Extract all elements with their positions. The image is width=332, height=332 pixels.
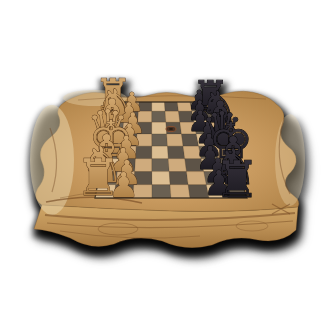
chess-set-image: ♜♟♟♜♞♟♟♞♝♟♟♝♛♟♟♛♚♟♟♚♝♟♟♝♞♟♟♞♜♟♟♜	[0, 0, 332, 332]
chess-set-scene: ♜♟♟♜♞♟♟♞♝♟♟♝♛♟♟♛♚♟♟♚♝♟♟♝♞♟♟♞♜♟♟♜	[0, 0, 332, 332]
piece-black-rook: ♜	[214, 150, 259, 209]
square-e4	[152, 146, 168, 159]
slab-front-face	[34, 205, 298, 248]
square-a4	[152, 102, 165, 111]
product-photo-stage: ♜♟♟♜♞♟♟♞♝♟♟♝♛♟♟♛♚♟♟♚♝♟♟♝♞♟♟♞♜♟♟♜	[0, 0, 332, 332]
wood-knot-core	[169, 128, 173, 130]
square-f4	[152, 159, 169, 172]
square-b5	[165, 111, 180, 122]
square-g4	[152, 172, 170, 185]
square-d4	[152, 134, 168, 146]
square-c4	[152, 122, 167, 134]
square-g5	[169, 172, 188, 185]
square-d5	[167, 134, 183, 146]
piece-white-pawn: ♟	[108, 165, 139, 205]
square-e5	[168, 146, 185, 159]
square-b4	[152, 111, 166, 122]
square-f5	[168, 159, 186, 172]
square-h4	[152, 185, 171, 198]
square-a5	[165, 102, 179, 111]
square-h5	[170, 185, 190, 198]
